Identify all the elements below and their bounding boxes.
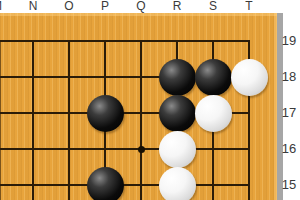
white-stone-T18[interactable] bbox=[231, 59, 268, 96]
grid-line-col-N bbox=[32, 40, 34, 200]
column-label-O: O bbox=[58, 0, 80, 13]
row-label-15: 15 bbox=[279, 177, 299, 193]
column-label-R: R bbox=[166, 0, 188, 13]
white-stone-S17[interactable] bbox=[195, 95, 232, 132]
partial-left-grid-line bbox=[0, 40, 1, 200]
column-label-S: S bbox=[202, 0, 224, 13]
black-stone-P15[interactable] bbox=[87, 167, 124, 200]
black-stone-R18[interactable] bbox=[159, 59, 196, 96]
black-stone-P17[interactable] bbox=[87, 95, 124, 132]
column-label-Q: Q bbox=[130, 0, 152, 13]
grid-line-col-Q bbox=[140, 40, 142, 200]
white-stone-R16[interactable] bbox=[159, 131, 196, 168]
star-point-Q16 bbox=[138, 146, 145, 153]
black-stone-R17[interactable] bbox=[159, 95, 196, 132]
column-label-M: M bbox=[0, 0, 8, 13]
row-label-18: 18 bbox=[279, 69, 299, 85]
row-label-16: 16 bbox=[279, 141, 299, 157]
column-label-T: T bbox=[238, 0, 260, 13]
white-stone-R15[interactable] bbox=[159, 167, 196, 200]
grid-line-col-O bbox=[68, 40, 70, 200]
go-board-viewer: MNOPQRST 1918171615 bbox=[0, 0, 300, 200]
black-stone-S18[interactable] bbox=[195, 59, 232, 96]
row-label-19: 19 bbox=[279, 33, 299, 49]
column-label-P: P bbox=[94, 0, 116, 13]
column-label-N: N bbox=[22, 0, 44, 13]
row-label-17: 17 bbox=[279, 105, 299, 121]
board-top-edge bbox=[0, 13, 277, 16]
